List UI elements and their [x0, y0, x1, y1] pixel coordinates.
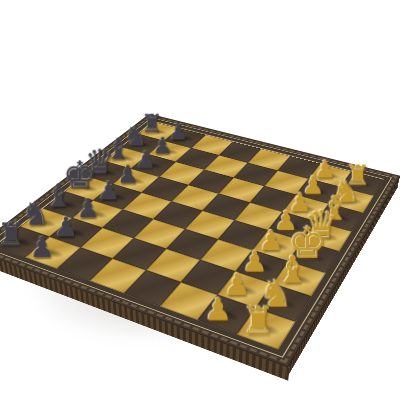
- product-photo-scene: ♜♟♟♜♞♟♟♞♝♟♟♝♛♟♟♛♚♟♟♚♝♟♟♝♞♟♟♞♜♟♟♜: [0, 0, 400, 400]
- piece-dark-pawn: ♟: [97, 178, 120, 203]
- board-square: ♟: [25, 237, 80, 269]
- piece-dark-pawn: ♟: [76, 195, 99, 221]
- board-grid: ♜♟♟♜♞♟♟♞♝♟♟♝♛♟♟♛♚♟♟♚♝♟♟♝♞♟♟♞♜♟♟♜: [0, 122, 384, 350]
- piece-dark-pawn: ♟: [117, 162, 139, 186]
- piece-dark-rook: ♜: [0, 218, 25, 250]
- piece-dark-pawn: ♟: [29, 233, 54, 261]
- piece-gold-rook: ♜: [242, 303, 275, 340]
- piece-dark-knight: ♞: [21, 198, 50, 230]
- board-playing-field: ♜♟♟♜♞♟♟♞♝♟♟♝♛♟♟♛♚♟♟♚♝♟♟♝♞♟♟♞♜♟♟♜: [0, 122, 382, 347]
- board-perspective-wrapper: ♜♟♟♜♞♟♟♞♝♟♟♝♛♟♟♛♚♟♟♚♝♟♟♝♞♟♟♞♜♟♟♜: [44, 52, 360, 368]
- piece-dark-pawn: ♟: [54, 213, 78, 240]
- chess-board: ♜♟♟♜♞♟♟♞♝♟♟♝♛♟♟♛♚♟♟♚♝♟♟♝♞♟♟♞♜♟♟♜: [0, 114, 400, 368]
- piece-gold-pawn: ♟: [204, 294, 232, 325]
